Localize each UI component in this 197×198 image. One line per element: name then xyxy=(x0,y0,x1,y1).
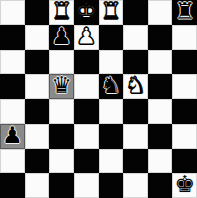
square-b3[interactable] xyxy=(25,124,50,149)
square-c6[interactable] xyxy=(49,50,74,75)
square-g6[interactable] xyxy=(148,50,173,75)
piece-white-king[interactable]: ♚ xyxy=(76,0,97,23)
square-g8[interactable] xyxy=(148,0,173,25)
piece-white-knight[interactable]: ♞ xyxy=(125,74,146,97)
piece-black-king[interactable]: ♚ xyxy=(174,173,195,196)
square-e7[interactable] xyxy=(99,25,124,50)
square-e4[interactable] xyxy=(99,99,124,124)
square-b5[interactable] xyxy=(25,74,50,99)
square-h2[interactable] xyxy=(172,149,197,174)
square-h8[interactable]: ♜ xyxy=(172,0,197,25)
square-c3[interactable] xyxy=(49,124,74,149)
square-e6[interactable] xyxy=(99,50,124,75)
square-b1[interactable] xyxy=(25,173,50,198)
square-f8[interactable] xyxy=(123,0,148,25)
square-a2[interactable] xyxy=(0,149,25,174)
square-a1[interactable] xyxy=(0,173,25,198)
piece-white-rook[interactable]: ♜ xyxy=(51,0,72,23)
square-h6[interactable] xyxy=(172,50,197,75)
square-h1[interactable]: ♚ xyxy=(172,173,197,198)
square-b8[interactable] xyxy=(25,0,50,25)
square-b4[interactable] xyxy=(25,99,50,124)
piece-black-pawn[interactable]: ♟ xyxy=(2,124,23,147)
square-f2[interactable] xyxy=(123,149,148,174)
chess-board: ♜♚♜♜♟♟♛♞♞♟♚ xyxy=(0,0,197,198)
piece-black-pawn[interactable]: ♟ xyxy=(51,25,72,48)
square-d8[interactable]: ♚ xyxy=(74,0,99,25)
square-f1[interactable] xyxy=(123,173,148,198)
square-e5[interactable]: ♞ xyxy=(99,74,124,99)
square-a5[interactable] xyxy=(0,74,25,99)
square-d2[interactable] xyxy=(74,149,99,174)
square-g7[interactable] xyxy=(148,25,173,50)
square-h5[interactable] xyxy=(172,74,197,99)
square-f3[interactable] xyxy=(123,124,148,149)
square-f5[interactable]: ♞ xyxy=(123,74,148,99)
square-e2[interactable] xyxy=(99,149,124,174)
square-c1[interactable] xyxy=(49,173,74,198)
square-a3[interactable]: ♟ xyxy=(0,124,25,149)
square-a6[interactable] xyxy=(0,50,25,75)
square-f4[interactable] xyxy=(123,99,148,124)
square-d4[interactable] xyxy=(74,99,99,124)
piece-black-rook[interactable]: ♜ xyxy=(174,0,195,23)
piece-black-knight[interactable]: ♞ xyxy=(101,74,122,97)
square-e3[interactable] xyxy=(99,124,124,149)
square-c7[interactable]: ♟ xyxy=(49,25,74,50)
square-h4[interactable] xyxy=(172,99,197,124)
square-g5[interactable] xyxy=(148,74,173,99)
piece-black-queen[interactable]: ♛ xyxy=(51,74,72,97)
piece-white-pawn[interactable]: ♟ xyxy=(76,25,97,48)
square-g2[interactable] xyxy=(148,149,173,174)
square-d3[interactable] xyxy=(74,124,99,149)
square-d1[interactable] xyxy=(74,173,99,198)
piece-white-rook[interactable]: ♜ xyxy=(101,0,122,23)
square-h7[interactable] xyxy=(172,25,197,50)
square-a4[interactable] xyxy=(0,99,25,124)
square-c2[interactable] xyxy=(49,149,74,174)
square-c4[interactable] xyxy=(49,99,74,124)
square-e8[interactable]: ♜ xyxy=(99,0,124,25)
square-h3[interactable] xyxy=(172,124,197,149)
square-d5[interactable] xyxy=(74,74,99,99)
square-g3[interactable] xyxy=(148,124,173,149)
square-e1[interactable] xyxy=(99,173,124,198)
square-b2[interactable] xyxy=(25,149,50,174)
square-c8[interactable]: ♜ xyxy=(49,0,74,25)
square-f7[interactable] xyxy=(123,25,148,50)
square-d6[interactable] xyxy=(74,50,99,75)
square-g1[interactable] xyxy=(148,173,173,198)
square-g4[interactable] xyxy=(148,99,173,124)
square-a8[interactable] xyxy=(0,0,25,25)
square-b7[interactable] xyxy=(25,25,50,50)
square-d7[interactable]: ♟ xyxy=(74,25,99,50)
square-a7[interactable] xyxy=(0,25,25,50)
square-f6[interactable] xyxy=(123,50,148,75)
square-c5[interactable]: ♛ xyxy=(49,74,74,99)
square-b6[interactable] xyxy=(25,50,50,75)
